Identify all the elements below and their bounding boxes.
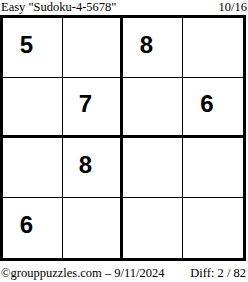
cell-r4c4-empty[interactable] — [183, 198, 243, 258]
cell-r2c1-empty[interactable] — [3, 78, 63, 138]
cell-r4c3-empty[interactable] — [123, 198, 183, 258]
cell-r1c3-given[interactable]: 8 — [123, 18, 183, 78]
cell-r2c3-empty[interactable] — [123, 78, 183, 138]
cell-r3c4-empty[interactable] — [183, 138, 243, 198]
cell-r4c2-empty[interactable] — [63, 198, 123, 258]
puzzle-title: Easy "Sudoku-4-5678" — [1, 1, 116, 14]
page-number: 10/16 — [219, 1, 247, 14]
cell-r1c2-empty[interactable] — [63, 18, 123, 78]
cell-r3c1-empty[interactable] — [3, 138, 63, 198]
sudoku-board: 587686 — [0, 15, 246, 261]
copyright-text: ©grouppuzzles.com – 9/11/2024 — [1, 266, 165, 280]
cell-r1c4-empty[interactable] — [183, 18, 243, 78]
cell-r3c3-empty[interactable] — [123, 138, 183, 198]
footer: ©grouppuzzles.com – 9/11/2024 Diff: 2 / … — [0, 261, 248, 280]
difficulty-text: Diff: 2 / 82 — [190, 266, 246, 280]
cell-r2c2-given[interactable]: 7 — [63, 78, 123, 138]
cell-r1c1-given[interactable]: 5 — [3, 18, 63, 78]
cell-r4c1-given[interactable]: 6 — [3, 198, 63, 258]
puzzle-page: Easy "Sudoku-4-5678" 10/16 587686 ©group… — [0, 0, 248, 282]
header: Easy "Sudoku-4-5678" 10/16 — [0, 0, 248, 15]
cell-r2c4-given[interactable]: 6 — [183, 78, 243, 138]
cell-r3c2-given[interactable]: 8 — [63, 138, 123, 198]
